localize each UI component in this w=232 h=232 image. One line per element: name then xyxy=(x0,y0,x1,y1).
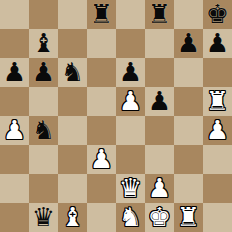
square-a3[interactable] xyxy=(0,145,29,174)
white-bishop[interactable]: ♝ xyxy=(61,203,84,232)
square-f1[interactable]: ♚ xyxy=(145,203,174,232)
white-pawn[interactable]: ♟ xyxy=(119,87,142,116)
square-b5[interactable] xyxy=(29,87,58,116)
white-knight[interactable]: ♞ xyxy=(119,203,142,232)
black-bishop[interactable]: ♝ xyxy=(32,29,55,58)
square-g5[interactable] xyxy=(174,87,203,116)
square-e5[interactable]: ♟ xyxy=(116,87,145,116)
black-knight[interactable]: ♞ xyxy=(32,116,55,145)
white-pawn[interactable]: ♟ xyxy=(206,116,229,145)
square-e3[interactable] xyxy=(116,145,145,174)
square-d8[interactable]: ♜ xyxy=(87,0,116,29)
square-f2[interactable]: ♟ xyxy=(145,174,174,203)
square-c3[interactable] xyxy=(58,145,87,174)
square-a8[interactable] xyxy=(0,0,29,29)
square-g1[interactable]: ♜ xyxy=(174,203,203,232)
square-f5[interactable]: ♟ xyxy=(145,87,174,116)
square-b2[interactable] xyxy=(29,174,58,203)
square-a7[interactable] xyxy=(0,29,29,58)
square-c6[interactable]: ♞ xyxy=(58,58,87,87)
white-pawn[interactable]: ♟ xyxy=(148,174,171,203)
black-pawn[interactable]: ♟ xyxy=(3,58,26,87)
square-g4[interactable] xyxy=(174,116,203,145)
white-rook[interactable]: ♜ xyxy=(206,87,229,116)
white-king[interactable]: ♚ xyxy=(148,203,171,232)
square-c7[interactable] xyxy=(58,29,87,58)
black-knight[interactable]: ♞ xyxy=(61,58,84,87)
square-h3[interactable] xyxy=(203,145,232,174)
square-d2[interactable] xyxy=(87,174,116,203)
square-h6[interactable] xyxy=(203,58,232,87)
black-pawn[interactable]: ♟ xyxy=(32,58,55,87)
square-c5[interactable] xyxy=(58,87,87,116)
square-e2[interactable]: ♛ xyxy=(116,174,145,203)
square-c2[interactable] xyxy=(58,174,87,203)
square-a1[interactable] xyxy=(0,203,29,232)
square-f3[interactable] xyxy=(145,145,174,174)
square-f7[interactable] xyxy=(145,29,174,58)
square-e8[interactable] xyxy=(116,0,145,29)
black-rook[interactable]: ♜ xyxy=(90,0,113,29)
white-queen[interactable]: ♛ xyxy=(119,174,142,203)
square-g6[interactable] xyxy=(174,58,203,87)
chess-board: ♜♜♚♝♟♟♟♟♞♟♟♟♜♟♞♟♟♛♟♛♝♞♚♜ xyxy=(0,0,232,232)
square-b3[interactable] xyxy=(29,145,58,174)
square-b4[interactable]: ♞ xyxy=(29,116,58,145)
black-pawn[interactable]: ♟ xyxy=(177,29,200,58)
square-b1[interactable]: ♛ xyxy=(29,203,58,232)
square-c1[interactable]: ♝ xyxy=(58,203,87,232)
black-queen[interactable]: ♛ xyxy=(32,203,55,232)
black-pawn[interactable]: ♟ xyxy=(148,87,171,116)
square-g3[interactable] xyxy=(174,145,203,174)
white-pawn[interactable]: ♟ xyxy=(3,116,26,145)
square-b8[interactable] xyxy=(29,0,58,29)
square-b7[interactable]: ♝ xyxy=(29,29,58,58)
square-g7[interactable]: ♟ xyxy=(174,29,203,58)
square-c4[interactable] xyxy=(58,116,87,145)
square-e4[interactable] xyxy=(116,116,145,145)
white-pawn[interactable]: ♟ xyxy=(90,145,113,174)
black-king[interactable]: ♚ xyxy=(206,0,229,29)
square-d6[interactable] xyxy=(87,58,116,87)
square-a6[interactable]: ♟ xyxy=(0,58,29,87)
square-e7[interactable] xyxy=(116,29,145,58)
black-pawn[interactable]: ♟ xyxy=(206,29,229,58)
square-h2[interactable] xyxy=(203,174,232,203)
square-f8[interactable]: ♜ xyxy=(145,0,174,29)
square-a2[interactable] xyxy=(0,174,29,203)
square-e1[interactable]: ♞ xyxy=(116,203,145,232)
square-h1[interactable] xyxy=(203,203,232,232)
square-h4[interactable]: ♟ xyxy=(203,116,232,145)
square-h8[interactable]: ♚ xyxy=(203,0,232,29)
square-h5[interactable]: ♜ xyxy=(203,87,232,116)
square-g8[interactable] xyxy=(174,0,203,29)
square-g2[interactable] xyxy=(174,174,203,203)
square-d3[interactable]: ♟ xyxy=(87,145,116,174)
square-f4[interactable] xyxy=(145,116,174,145)
square-f6[interactable] xyxy=(145,58,174,87)
black-rook[interactable]: ♜ xyxy=(148,0,171,29)
square-e6[interactable]: ♟ xyxy=(116,58,145,87)
square-b6[interactable]: ♟ xyxy=(29,58,58,87)
square-d7[interactable] xyxy=(87,29,116,58)
square-a4[interactable]: ♟ xyxy=(0,116,29,145)
white-rook[interactable]: ♜ xyxy=(177,203,200,232)
square-a5[interactable] xyxy=(0,87,29,116)
square-c8[interactable] xyxy=(58,0,87,29)
black-pawn[interactable]: ♟ xyxy=(119,58,142,87)
square-d5[interactable] xyxy=(87,87,116,116)
square-h7[interactable]: ♟ xyxy=(203,29,232,58)
square-d1[interactable] xyxy=(87,203,116,232)
square-d4[interactable] xyxy=(87,116,116,145)
